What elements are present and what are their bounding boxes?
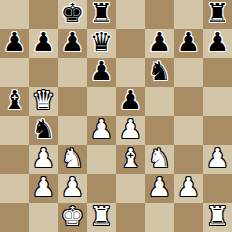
square-f6[interactable]: ♞ — [145, 58, 174, 87]
piece-white-pawn[interactable]: ♟ — [61, 173, 84, 202]
square-a6[interactable] — [0, 58, 29, 87]
square-d8[interactable]: ♜ — [87, 0, 116, 29]
square-h4[interactable] — [203, 116, 232, 145]
square-a5[interactable]: ♝ — [0, 87, 29, 116]
square-a4[interactable] — [0, 116, 29, 145]
square-b8[interactable] — [29, 0, 58, 29]
square-f4[interactable] — [145, 116, 174, 145]
piece-white-pawn[interactable]: ♟ — [119, 115, 142, 144]
square-g5[interactable] — [174, 87, 203, 116]
piece-black-bishop[interactable]: ♝ — [3, 86, 26, 115]
piece-black-pawn[interactable]: ♟ — [3, 28, 26, 57]
square-h3[interactable]: ♟ — [203, 145, 232, 174]
square-b3[interactable]: ♟ — [29, 145, 58, 174]
square-b5[interactable]: ♛ — [29, 87, 58, 116]
square-g4[interactable] — [174, 116, 203, 145]
piece-black-rook[interactable]: ♜ — [90, 0, 113, 28]
square-c4[interactable] — [58, 116, 87, 145]
square-f1[interactable] — [145, 203, 174, 232]
piece-black-knight[interactable]: ♞ — [148, 57, 171, 86]
piece-white-pawn[interactable]: ♟ — [90, 115, 113, 144]
piece-black-rook[interactable]: ♜ — [206, 0, 229, 28]
piece-white-rook[interactable]: ♜ — [206, 202, 229, 231]
square-c6[interactable] — [58, 58, 87, 87]
square-e6[interactable] — [116, 58, 145, 87]
piece-black-knight[interactable]: ♞ — [32, 115, 55, 144]
square-a3[interactable] — [0, 145, 29, 174]
piece-white-pawn[interactable]: ♟ — [148, 173, 171, 202]
square-d6[interactable]: ♟ — [87, 58, 116, 87]
piece-white-pawn[interactable]: ♟ — [32, 144, 55, 173]
square-e5[interactable]: ♟ — [116, 87, 145, 116]
piece-white-knight[interactable]: ♞ — [148, 144, 171, 173]
piece-white-queen[interactable]: ♛ — [32, 86, 55, 115]
square-g3[interactable] — [174, 145, 203, 174]
piece-black-pawn[interactable]: ♟ — [32, 28, 55, 57]
square-b1[interactable] — [29, 203, 58, 232]
square-c5[interactable] — [58, 87, 87, 116]
piece-white-rook[interactable]: ♜ — [90, 202, 113, 231]
square-h2[interactable] — [203, 174, 232, 203]
square-a8[interactable] — [0, 0, 29, 29]
square-g2[interactable]: ♟ — [174, 174, 203, 203]
piece-white-pawn[interactable]: ♟ — [177, 173, 200, 202]
piece-white-pawn[interactable]: ♟ — [32, 173, 55, 202]
square-b6[interactable] — [29, 58, 58, 87]
square-a2[interactable] — [0, 174, 29, 203]
square-c1[interactable]: ♚ — [58, 203, 87, 232]
square-g1[interactable] — [174, 203, 203, 232]
square-e2[interactable] — [116, 174, 145, 203]
chess-board: ♚♜♜♟♟♟♛♟♟♟♟♞♝♛♟♞♟♟♟♞♝♞♟♟♟♟♟♚♜♜ — [0, 0, 232, 232]
square-h5[interactable] — [203, 87, 232, 116]
square-g7[interactable]: ♟ — [174, 29, 203, 58]
square-e8[interactable] — [116, 0, 145, 29]
square-d1[interactable]: ♜ — [87, 203, 116, 232]
piece-black-queen[interactable]: ♛ — [90, 28, 113, 57]
square-h6[interactable] — [203, 58, 232, 87]
square-d5[interactable] — [87, 87, 116, 116]
square-c2[interactable]: ♟ — [58, 174, 87, 203]
square-b4[interactable]: ♞ — [29, 116, 58, 145]
square-d7[interactable]: ♛ — [87, 29, 116, 58]
square-f7[interactable]: ♟ — [145, 29, 174, 58]
square-f2[interactable]: ♟ — [145, 174, 174, 203]
piece-black-pawn[interactable]: ♟ — [119, 86, 142, 115]
square-c7[interactable]: ♟ — [58, 29, 87, 58]
square-f3[interactable]: ♞ — [145, 145, 174, 174]
square-d4[interactable]: ♟ — [87, 116, 116, 145]
piece-white-pawn[interactable]: ♟ — [206, 144, 229, 173]
square-b7[interactable]: ♟ — [29, 29, 58, 58]
square-f8[interactable] — [145, 0, 174, 29]
piece-black-king[interactable]: ♚ — [61, 0, 84, 28]
square-e4[interactable]: ♟ — [116, 116, 145, 145]
piece-white-bishop[interactable]: ♝ — [119, 144, 142, 173]
square-d2[interactable] — [87, 174, 116, 203]
square-e7[interactable] — [116, 29, 145, 58]
piece-black-pawn[interactable]: ♟ — [148, 28, 171, 57]
piece-black-pawn[interactable]: ♟ — [61, 28, 84, 57]
piece-black-pawn[interactable]: ♟ — [206, 28, 229, 57]
square-g8[interactable] — [174, 0, 203, 29]
square-h1[interactable]: ♜ — [203, 203, 232, 232]
square-e1[interactable] — [116, 203, 145, 232]
piece-black-pawn[interactable]: ♟ — [177, 28, 200, 57]
square-e3[interactable]: ♝ — [116, 145, 145, 174]
square-c8[interactable]: ♚ — [58, 0, 87, 29]
square-c3[interactable]: ♞ — [58, 145, 87, 174]
square-a7[interactable]: ♟ — [0, 29, 29, 58]
square-f5[interactable] — [145, 87, 174, 116]
piece-black-pawn[interactable]: ♟ — [90, 57, 113, 86]
square-g6[interactable] — [174, 58, 203, 87]
square-h7[interactable]: ♟ — [203, 29, 232, 58]
square-b2[interactable]: ♟ — [29, 174, 58, 203]
square-d3[interactable] — [87, 145, 116, 174]
piece-white-king[interactable]: ♚ — [61, 202, 84, 231]
square-a1[interactable] — [0, 203, 29, 232]
square-h8[interactable]: ♜ — [203, 0, 232, 29]
piece-white-knight[interactable]: ♞ — [61, 144, 84, 173]
